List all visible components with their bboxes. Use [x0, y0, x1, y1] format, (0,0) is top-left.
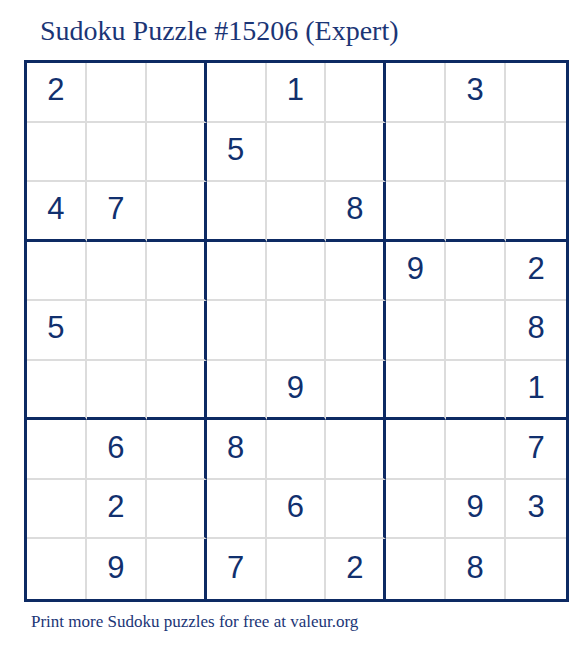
sudoku-page: Sudoku Puzzle #15206 (Expert) 2135478925…	[0, 13, 580, 651]
cell-r4c6	[326, 242, 386, 302]
cell-r7c5	[267, 420, 327, 480]
cell-r1c6	[326, 63, 386, 123]
cell-r1c8: 3	[446, 63, 506, 123]
cell-r5c2	[87, 301, 147, 361]
cell-r5c6	[326, 301, 386, 361]
cell-r2c4: 5	[207, 123, 267, 183]
cell-r3c9	[506, 182, 566, 242]
cell-r3c5	[267, 182, 327, 242]
cell-r4c9: 2	[506, 242, 566, 302]
cell-r2c5	[267, 123, 327, 183]
cell-r6c6	[326, 361, 386, 421]
cell-r6c4	[207, 361, 267, 421]
cell-r3c6: 8	[326, 182, 386, 242]
cell-r8c4	[207, 480, 267, 540]
cell-r3c2: 7	[87, 182, 147, 242]
cell-r7c8	[446, 420, 506, 480]
cell-r9c4: 7	[207, 539, 267, 599]
cell-r8c8: 9	[446, 480, 506, 540]
cell-r7c6	[326, 420, 386, 480]
cell-r8c9: 3	[506, 480, 566, 540]
cell-r5c5	[267, 301, 327, 361]
cell-r6c9: 1	[506, 361, 566, 421]
cell-r4c1	[27, 242, 87, 302]
cell-r7c3	[147, 420, 207, 480]
cell-r5c3	[147, 301, 207, 361]
cell-r7c9: 7	[506, 420, 566, 480]
cell-r4c8	[446, 242, 506, 302]
cell-r8c6	[326, 480, 386, 540]
cell-r8c5: 6	[267, 480, 327, 540]
cell-r7c1	[27, 420, 87, 480]
cell-r2c7	[386, 123, 446, 183]
cell-r2c8	[446, 123, 506, 183]
cell-r8c2: 2	[87, 480, 147, 540]
cell-r3c8	[446, 182, 506, 242]
cell-r5c9: 8	[506, 301, 566, 361]
cell-r1c5: 1	[267, 63, 327, 123]
cell-r3c1: 4	[27, 182, 87, 242]
cell-r5c8	[446, 301, 506, 361]
cell-r7c2: 6	[87, 420, 147, 480]
sudoku-board: 213547892589168726939728	[24, 60, 569, 602]
cell-r9c8: 8	[446, 539, 506, 599]
cell-r3c7	[386, 182, 446, 242]
cell-r2c9	[506, 123, 566, 183]
cell-r1c9	[506, 63, 566, 123]
cell-r9c3	[147, 539, 207, 599]
cell-r6c2	[87, 361, 147, 421]
cell-r1c3	[147, 63, 207, 123]
cell-r5c4	[207, 301, 267, 361]
cell-r1c1: 2	[27, 63, 87, 123]
cell-r4c2	[87, 242, 147, 302]
cell-r1c4	[207, 63, 267, 123]
cell-r3c3	[147, 182, 207, 242]
page-title: Sudoku Puzzle #15206 (Expert)	[40, 13, 580, 48]
cell-r9c7	[386, 539, 446, 599]
cell-r9c2: 9	[87, 539, 147, 599]
cell-r2c2	[87, 123, 147, 183]
cell-r6c5: 9	[267, 361, 327, 421]
footer-text: Print more Sudoku puzzles for free at va…	[31, 612, 580, 632]
cell-r4c4	[207, 242, 267, 302]
cell-r8c7	[386, 480, 446, 540]
cell-r1c2	[87, 63, 147, 123]
cell-r9c5	[267, 539, 327, 599]
cell-r6c1	[27, 361, 87, 421]
cell-r4c5	[267, 242, 327, 302]
cell-r9c1	[27, 539, 87, 599]
cell-r7c4: 8	[207, 420, 267, 480]
cell-r7c7	[386, 420, 446, 480]
cell-r9c6: 2	[326, 539, 386, 599]
cell-r4c7: 9	[386, 242, 446, 302]
cell-r1c7	[386, 63, 446, 123]
cell-r3c4	[207, 182, 267, 242]
cell-r8c3	[147, 480, 207, 540]
cell-r5c7	[386, 301, 446, 361]
cell-r6c3	[147, 361, 207, 421]
cell-r8c1	[27, 480, 87, 540]
cell-r5c1: 5	[27, 301, 87, 361]
cell-r6c7	[386, 361, 446, 421]
cell-r4c3	[147, 242, 207, 302]
cell-r6c8	[446, 361, 506, 421]
cell-r2c3	[147, 123, 207, 183]
cell-r2c6	[326, 123, 386, 183]
cell-r9c9	[506, 539, 566, 599]
cell-r2c1	[27, 123, 87, 183]
